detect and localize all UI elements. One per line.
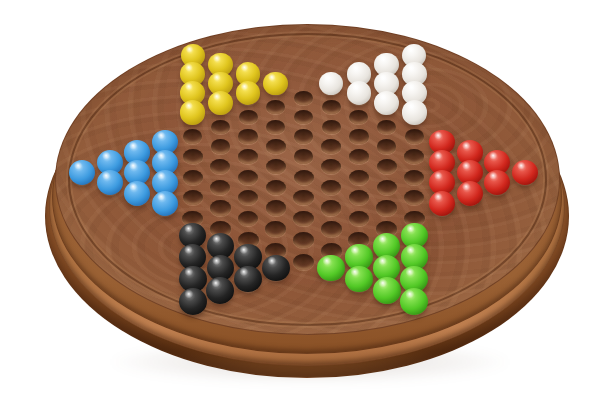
blue-marble[interactable] (69, 160, 95, 185)
marble-highlight (180, 100, 205, 124)
marble-highlight (512, 160, 538, 185)
marble-highlight (206, 277, 234, 304)
yellow-marble[interactable] (208, 91, 233, 115)
marble-highlight (402, 100, 427, 124)
marble-highlight (317, 255, 344, 281)
green-marble[interactable] (345, 266, 373, 293)
marbles-layer (0, 0, 612, 408)
yellow-marble[interactable] (180, 100, 205, 124)
marble-highlight (234, 266, 262, 293)
yellow-marble[interactable] (263, 72, 288, 96)
red-marble[interactable] (484, 170, 510, 195)
red-marble[interactable] (512, 160, 538, 185)
marble-highlight (374, 91, 399, 115)
marble-highlight (262, 255, 289, 281)
green-marble[interactable] (400, 288, 428, 315)
marble-highlight (179, 288, 207, 315)
red-marble[interactable] (429, 191, 455, 216)
black-marble[interactable] (234, 266, 262, 293)
marble-highlight (400, 288, 428, 315)
marble-highlight (69, 160, 95, 185)
green-marble[interactable] (373, 277, 401, 304)
marble-highlight (152, 191, 178, 216)
blue-marble[interactable] (152, 191, 178, 216)
marble-highlight (373, 277, 401, 304)
black-marble[interactable] (179, 288, 207, 315)
black-marble[interactable] (262, 255, 289, 281)
marble-highlight (97, 170, 123, 195)
white-marble[interactable] (319, 72, 344, 96)
blue-marble[interactable] (97, 170, 123, 195)
marble-highlight (263, 72, 288, 96)
red-marble[interactable] (457, 181, 483, 206)
white-marble[interactable] (347, 81, 372, 105)
marble-highlight (484, 170, 510, 195)
marble-highlight (236, 81, 261, 105)
chinese-checkers-scene (0, 0, 612, 408)
white-marble[interactable] (402, 100, 427, 124)
marble-highlight (429, 191, 455, 216)
white-marble[interactable] (374, 91, 399, 115)
green-marble[interactable] (317, 255, 344, 281)
marble-highlight (319, 72, 344, 96)
black-marble[interactable] (206, 277, 234, 304)
marble-highlight (347, 81, 372, 105)
marble-highlight (345, 266, 373, 293)
marble-highlight (457, 181, 483, 206)
marble-highlight (124, 181, 150, 206)
marble-highlight (208, 91, 233, 115)
yellow-marble[interactable] (236, 81, 261, 105)
blue-marble[interactable] (124, 181, 150, 206)
